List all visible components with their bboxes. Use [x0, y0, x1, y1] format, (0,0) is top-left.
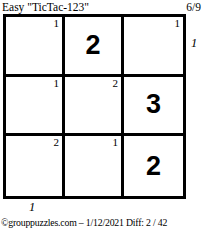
cell-r1c2[interactable]: 2 [65, 17, 124, 77]
cell-r1c1[interactable]: 1 [6, 17, 65, 77]
cell-value [6, 77, 62, 134]
cell-r3c2[interactable]: 1 [65, 136, 124, 196]
cell-value: 2 [124, 136, 183, 196]
cell-value [124, 17, 183, 74]
tictac123-board: 1 2 1 1 2 3 2 1 [3, 14, 186, 199]
cell-value [6, 17, 62, 74]
puzzle-page: Easy "TicTac-123" 6/9 1 2 1 1 2 3 2 [0, 0, 202, 232]
cell-r2c1[interactable]: 1 [6, 77, 65, 137]
puzzle-title: Easy "TicTac-123" [2, 1, 89, 13]
cell-r3c3[interactable]: 2 [124, 136, 183, 196]
col1-outside-clue: 1 [29, 200, 35, 215]
cell-value [65, 77, 121, 134]
row1-outside-clue: 1 [191, 36, 197, 51]
cell-r2c3[interactable]: 3 [124, 77, 183, 137]
copyright-footer: ©grouppuzzles.com – 1/12/2021 Diff: 2 / … [1, 217, 202, 228]
cell-r3c1[interactable]: 2 [6, 136, 65, 196]
cell-r1c3[interactable]: 1 [124, 17, 183, 77]
cell-value: 2 [65, 17, 121, 74]
cell-value: 3 [124, 77, 183, 134]
cell-value [65, 136, 121, 196]
cell-value [6, 136, 62, 196]
cell-r2c2[interactable]: 2 [65, 77, 124, 137]
puzzle-counter: 6/9 [186, 1, 201, 13]
